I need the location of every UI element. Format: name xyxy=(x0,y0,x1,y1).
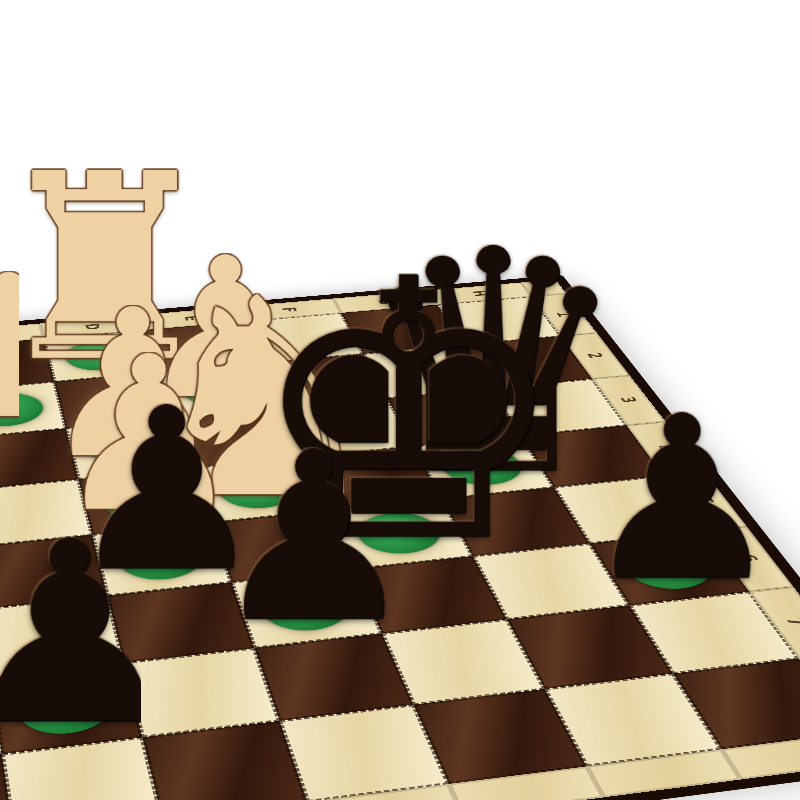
chess-board: ABCDEFGH♝♜1♛♟♟2♟♟3♟♞♛4♟♟♚5♝♟♟6♟78 xyxy=(0,275,800,800)
board-grid: ABCDEFGH♝♜1♛♟♟2♟♟3♟♞♛4♟♟♚5♝♟♟6♟78 xyxy=(0,280,800,800)
black-pawn-h6[interactable]: ♟ xyxy=(581,411,783,587)
photo-background: ABCDEFGH♝♜1♛♟♟2♟♟3♟♞♛4♟♟♚5♝♟♟6♟78 xyxy=(0,0,800,800)
square-c7[interactable]: ♟ xyxy=(0,663,142,754)
black-pawn-e6[interactable]: ♟ xyxy=(210,447,419,629)
rank-number: 7 xyxy=(781,616,800,627)
square-d8[interactable] xyxy=(142,721,307,800)
square-e8[interactable] xyxy=(279,705,448,800)
black-pawn-c7[interactable]: ♟ xyxy=(0,537,182,733)
